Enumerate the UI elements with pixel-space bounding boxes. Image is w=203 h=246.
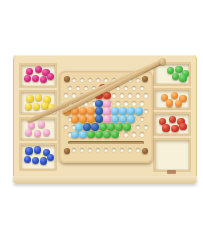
bead-green[interactable]: [107, 123, 115, 131]
bead-pink[interactable]: [103, 115, 111, 123]
bead-red[interactable]: [169, 116, 176, 123]
bead-green[interactable]: [103, 131, 111, 139]
bead-orange[interactable]: [175, 100, 182, 107]
bead-red[interactable]: [162, 124, 169, 131]
peg-hole[interactable]: [80, 78, 85, 83]
bead-pink[interactable]: [38, 121, 45, 128]
peg-hole[interactable]: [84, 86, 89, 91]
bead-blue[interactable]: [24, 156, 31, 163]
tray-compartment-empty: [153, 138, 191, 172]
bead-sky[interactable]: [135, 107, 143, 115]
peg-hole[interactable]: [136, 93, 141, 98]
tweezers-hinge[interactable]: [159, 58, 166, 65]
bead-yellow[interactable]: [33, 103, 40, 110]
bead-sky[interactable]: [71, 131, 79, 139]
bead-pink[interactable]: [34, 130, 41, 137]
peg-hole[interactable]: [144, 93, 149, 98]
tray-compartment-red: [153, 112, 191, 136]
tray-compartment-green: [153, 62, 191, 86]
bead-orange[interactable]: [171, 92, 178, 99]
bead-orange[interactable]: [87, 115, 95, 123]
bead-sky[interactable]: [111, 107, 119, 115]
peg-hole[interactable]: [96, 78, 101, 83]
peg-hole[interactable]: [76, 86, 81, 91]
corner-peg: [64, 148, 70, 154]
corner-peg: [142, 76, 148, 82]
peg-hole[interactable]: [96, 148, 101, 153]
peg-hole[interactable]: [72, 148, 77, 153]
bead-red[interactable]: [179, 123, 186, 130]
bead-blue[interactable]: [40, 157, 47, 164]
peg-hole[interactable]: [104, 148, 109, 153]
bead-sky[interactable]: [127, 107, 135, 115]
peg-hole[interactable]: [120, 148, 125, 153]
peg-hole[interactable]: [140, 86, 145, 91]
peg-hole[interactable]: [140, 132, 145, 137]
bead-navy[interactable]: [83, 123, 91, 131]
peg-hole[interactable]: [136, 148, 141, 153]
bead-navy[interactable]: [91, 123, 99, 131]
bead-orange[interactable]: [71, 115, 79, 123]
bead-green[interactable]: [99, 123, 107, 131]
peg-hole[interactable]: [124, 101, 129, 106]
peg-hole[interactable]: [128, 148, 133, 153]
bead-magenta[interactable]: [35, 66, 42, 73]
bead-blue[interactable]: [25, 147, 32, 154]
tray-front-edge: [13, 176, 197, 184]
bead-green[interactable]: [172, 73, 179, 80]
bead-magenta[interactable]: [26, 68, 33, 75]
bead-green[interactable]: [123, 123, 131, 131]
tray-compartment-orange: [153, 88, 191, 110]
peg-hole[interactable]: [88, 148, 93, 153]
corner-peg: [142, 148, 148, 154]
tray-compartment-magenta: [19, 63, 57, 88]
bead-magenta[interactable]: [47, 73, 54, 80]
peg-hole[interactable]: [128, 93, 133, 98]
bead-sky[interactable]: [119, 115, 127, 123]
bead-navy[interactable]: [95, 115, 103, 123]
peg-hole[interactable]: [112, 93, 117, 98]
tray-compartment-blue: [19, 143, 57, 171]
peg-hole[interactable]: [72, 78, 77, 83]
peg-hole[interactable]: [144, 109, 149, 114]
peg-hole[interactable]: [124, 132, 129, 137]
bead-blue[interactable]: [34, 146, 41, 153]
bead-green[interactable]: [115, 123, 123, 131]
peg-hole[interactable]: [68, 86, 73, 91]
peg-hole[interactable]: [80, 148, 85, 153]
peg-hole[interactable]: [64, 125, 69, 130]
peg-hole[interactable]: [64, 93, 69, 98]
peg-hole[interactable]: [140, 101, 145, 106]
peg-hole[interactable]: [144, 125, 149, 130]
bead-pink[interactable]: [103, 100, 111, 108]
peg-hole[interactable]: [132, 101, 137, 106]
peg-hole[interactable]: [116, 101, 121, 106]
slide-groove: [68, 141, 144, 145]
bead-blue[interactable]: [47, 154, 54, 161]
peg-hole[interactable]: [140, 117, 145, 122]
peg-hole[interactable]: [136, 78, 141, 83]
bead-orange[interactable]: [87, 107, 95, 115]
bead-orange[interactable]: [166, 99, 173, 106]
bead-red[interactable]: [103, 92, 111, 100]
brand-stamp: [167, 170, 176, 174]
peg-hole[interactable]: [136, 125, 141, 130]
bead-sky[interactable]: [127, 115, 135, 123]
bead-sky[interactable]: [79, 131, 87, 139]
peg-hole[interactable]: [112, 148, 117, 153]
bead-pink[interactable]: [43, 129, 50, 136]
tray-compartment-pink: [19, 117, 57, 141]
bead-pink[interactable]: [25, 129, 32, 136]
bead-pink[interactable]: [103, 107, 111, 115]
bead-magenta[interactable]: [32, 75, 39, 82]
corner-peg: [64, 76, 70, 82]
bead-yellow[interactable]: [26, 95, 33, 102]
bead-green[interactable]: [87, 131, 95, 139]
bead-navy[interactable]: [95, 100, 103, 108]
peg-hole[interactable]: [104, 78, 109, 83]
bead-green[interactable]: [111, 131, 119, 139]
bead-magenta[interactable]: [24, 75, 31, 82]
bead-green[interactable]: [179, 74, 186, 81]
bead-sky[interactable]: [119, 107, 127, 115]
bead-blue[interactable]: [32, 157, 39, 164]
bead-navy[interactable]: [95, 107, 103, 115]
bead-red[interactable]: [171, 125, 178, 132]
peg-hole[interactable]: [124, 86, 129, 91]
bead-green[interactable]: [95, 131, 103, 139]
bead-orange[interactable]: [79, 115, 87, 123]
peg-hole[interactable]: [132, 132, 137, 137]
bead-yellow[interactable]: [35, 94, 42, 101]
bead-sky[interactable]: [111, 115, 119, 123]
peg-hole[interactable]: [132, 86, 137, 91]
bead-sky[interactable]: [75, 123, 83, 131]
bead-orange[interactable]: [79, 107, 87, 115]
peg-hole[interactable]: [120, 93, 125, 98]
peg-hole[interactable]: [88, 78, 93, 83]
bead-yellow[interactable]: [25, 103, 32, 110]
product-photo-wooden-bead-game: [0, 0, 203, 246]
